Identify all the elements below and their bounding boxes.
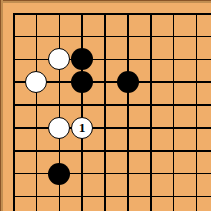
go-board-grid: 1 [2,2,208,208]
stone-black [48,163,70,185]
stone-white-move-1: 1 [71,117,93,139]
stone-white [48,117,70,139]
stone-black [71,71,93,93]
move-number-label: 1 [79,121,86,135]
stone-white [48,48,70,70]
stone-black [117,71,139,93]
stone-white [25,71,47,93]
stone-black [71,48,93,70]
go-board: 1 [0,0,211,211]
